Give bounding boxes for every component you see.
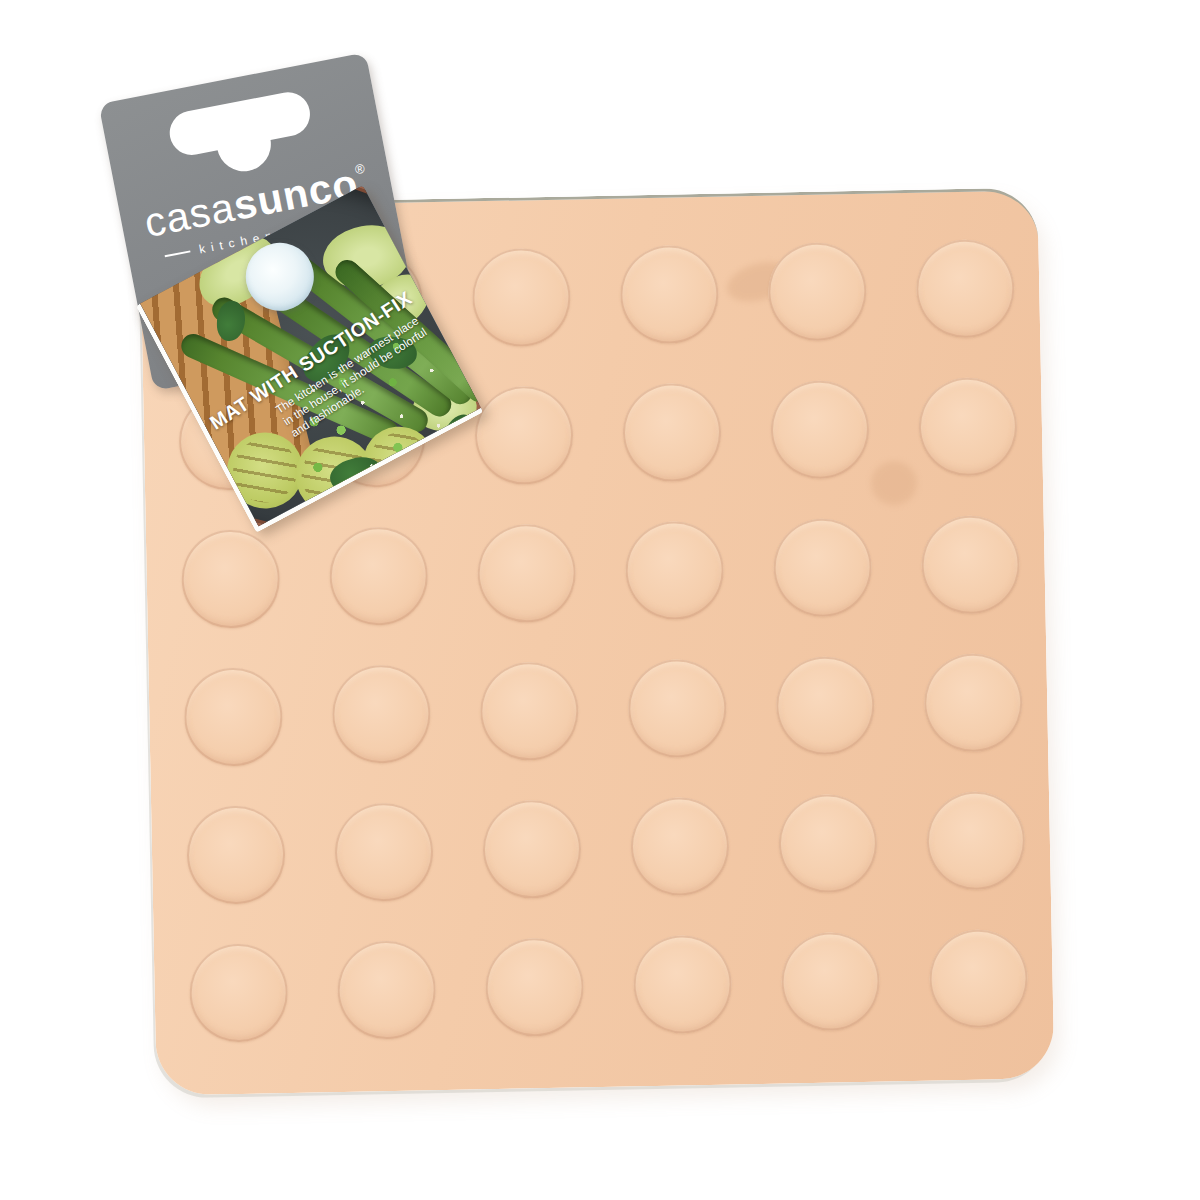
mat-bump — [921, 515, 1021, 615]
mat-bump — [625, 521, 725, 621]
mat-bump — [181, 529, 281, 629]
mat-bump — [619, 245, 719, 345]
mat-bump — [770, 380, 870, 480]
mat-bump — [778, 794, 878, 894]
mat-bump — [331, 664, 431, 764]
mat-bump — [622, 383, 722, 483]
mat-bump — [485, 937, 585, 1037]
mat-bump — [477, 523, 577, 623]
mat-bump — [627, 659, 727, 759]
mat-bump — [189, 943, 289, 1043]
subtitle-rule — [165, 250, 191, 257]
mat-bump — [915, 239, 1015, 339]
mat-bump — [923, 653, 1023, 753]
mat-bump — [775, 656, 875, 756]
mat-bump — [781, 932, 881, 1032]
mat-bump — [329, 526, 429, 626]
mat-bump — [482, 799, 582, 899]
mat-bump — [633, 934, 733, 1034]
mat-bump — [186, 805, 286, 905]
mat-bump — [334, 802, 434, 902]
mat-bump — [630, 797, 730, 897]
mat-bump — [767, 242, 867, 342]
mat-bump — [918, 377, 1018, 477]
product-photo-scene: casasunco® kitchenware — [0, 0, 1200, 1200]
trademark-symbol: ® — [354, 161, 366, 178]
mat-bump — [183, 667, 283, 767]
mat-bump — [773, 518, 873, 618]
mat-bump — [471, 247, 571, 347]
mat-bump — [337, 940, 437, 1040]
mat-bump — [929, 929, 1029, 1029]
hang-hole — [166, 88, 314, 158]
mat-bump — [479, 661, 579, 761]
mat-bump — [474, 385, 574, 485]
mat-bump — [926, 791, 1026, 891]
